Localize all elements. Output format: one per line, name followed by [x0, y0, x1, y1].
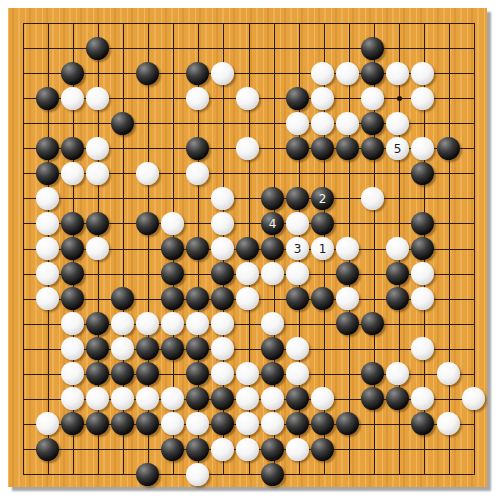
black-stone — [136, 463, 159, 486]
black-stone — [361, 362, 384, 385]
black-stone — [86, 337, 109, 360]
white-stone — [136, 312, 159, 335]
black-stone — [286, 87, 309, 110]
white-stone — [286, 112, 309, 135]
black-stone — [86, 362, 109, 385]
black-stone — [36, 162, 59, 185]
black-stone — [61, 62, 84, 85]
white-stone — [211, 337, 234, 360]
black-stone — [136, 412, 159, 435]
black-stone — [336, 137, 359, 160]
white-stone — [161, 387, 184, 410]
white-stone — [61, 337, 84, 360]
white-stone — [211, 237, 234, 260]
white-stone — [286, 262, 309, 285]
black-stone — [411, 212, 434, 235]
black-stone — [36, 438, 59, 461]
black-stone — [61, 212, 84, 235]
white-stone — [211, 62, 234, 85]
black-stone — [311, 137, 334, 160]
white-stone — [36, 212, 59, 235]
black-stone — [261, 237, 284, 260]
black-stone — [336, 312, 359, 335]
black-stone — [211, 287, 234, 310]
black-stone — [286, 412, 309, 435]
white-stone — [61, 312, 84, 335]
white-stone — [236, 262, 259, 285]
black-stone — [186, 137, 209, 160]
black-stone — [161, 337, 184, 360]
black-stone: 2 — [311, 187, 334, 210]
white-stone — [336, 62, 359, 85]
black-stone — [61, 412, 84, 435]
white-stone — [61, 387, 84, 410]
move-number-label: 2 — [319, 193, 327, 205]
black-stone — [111, 412, 134, 435]
grid-line-horizontal — [23, 474, 475, 475]
white-stone — [386, 362, 409, 385]
black-stone — [86, 37, 109, 60]
white-stone — [336, 237, 359, 260]
black-stone — [361, 137, 384, 160]
white-stone — [311, 62, 334, 85]
black-stone — [186, 287, 209, 310]
black-stone — [186, 362, 209, 385]
black-stone — [61, 237, 84, 260]
black-stone — [186, 337, 209, 360]
black-stone — [111, 362, 134, 385]
black-stone — [411, 162, 434, 185]
black-stone — [336, 262, 359, 285]
white-stone — [36, 187, 59, 210]
black-stone — [161, 237, 184, 260]
white-stone — [136, 162, 159, 185]
white-stone — [211, 187, 234, 210]
black-stone — [311, 438, 334, 461]
page: 52431 — [0, 0, 500, 500]
white-stone — [86, 162, 109, 185]
white-stone — [236, 438, 259, 461]
black-stone — [361, 387, 384, 410]
black-stone — [261, 187, 284, 210]
black-stone — [186, 237, 209, 260]
black-stone — [286, 287, 309, 310]
black-stone — [386, 287, 409, 310]
black-stone — [386, 387, 409, 410]
white-stone — [411, 287, 434, 310]
black-stone — [136, 212, 159, 235]
white-stone: 5 — [386, 137, 409, 160]
white-stone: 1 — [311, 237, 334, 260]
white-stone — [236, 412, 259, 435]
white-stone — [236, 137, 259, 160]
white-stone — [411, 87, 434, 110]
black-stone — [61, 137, 84, 160]
white-stone — [186, 412, 209, 435]
white-stone — [186, 87, 209, 110]
black-stone — [286, 387, 309, 410]
white-stone — [61, 162, 84, 185]
white-stone — [161, 312, 184, 335]
white-stone — [111, 312, 134, 335]
white-stone — [211, 362, 234, 385]
black-stone — [286, 187, 309, 210]
black-stone — [61, 262, 84, 285]
black-stone — [211, 262, 234, 285]
white-stone — [311, 387, 334, 410]
black-stone — [111, 287, 134, 310]
white-stone — [261, 387, 284, 410]
black-stone — [311, 412, 334, 435]
white-stone — [261, 412, 284, 435]
white-stone — [136, 387, 159, 410]
white-stone — [236, 287, 259, 310]
white-stone — [86, 137, 109, 160]
white-stone — [211, 212, 234, 235]
white-stone — [36, 237, 59, 260]
black-stone — [136, 337, 159, 360]
white-stone — [286, 438, 309, 461]
white-stone — [236, 87, 259, 110]
black-stone — [211, 412, 234, 435]
white-stone — [311, 87, 334, 110]
black-stone — [411, 237, 434, 260]
black-stone — [136, 362, 159, 385]
white-stone — [211, 438, 234, 461]
black-stone — [186, 438, 209, 461]
black-stone — [236, 237, 259, 260]
black-stone — [261, 438, 284, 461]
white-stone — [161, 412, 184, 435]
white-stone — [311, 112, 334, 135]
white-stone — [462, 387, 485, 410]
white-stone — [261, 262, 284, 285]
white-stone — [236, 362, 259, 385]
white-stone — [186, 312, 209, 335]
white-stone — [386, 62, 409, 85]
white-stone — [86, 387, 109, 410]
white-stone — [386, 237, 409, 260]
black-stone — [336, 412, 359, 435]
black-stone — [86, 312, 109, 335]
black-stone — [211, 387, 234, 410]
black-stone — [36, 137, 59, 160]
black-stone — [361, 37, 384, 60]
black-stone — [311, 212, 334, 235]
white-stone — [36, 412, 59, 435]
white-stone — [336, 287, 359, 310]
black-stone — [36, 87, 59, 110]
move-number-label: 3 — [294, 243, 302, 255]
white-stone — [286, 362, 309, 385]
white-stone — [111, 337, 134, 360]
white-stone — [386, 112, 409, 135]
black-stone — [86, 412, 109, 435]
white-stone — [411, 137, 434, 160]
white-stone — [36, 262, 59, 285]
black-stone: 4 — [261, 212, 284, 235]
white-stone — [261, 312, 284, 335]
grid-line-vertical — [449, 23, 450, 475]
white-stone — [286, 337, 309, 360]
black-stone — [437, 137, 460, 160]
black-stone — [61, 287, 84, 310]
white-stone — [36, 287, 59, 310]
black-stone — [186, 62, 209, 85]
white-stone — [236, 387, 259, 410]
star-point — [397, 96, 402, 101]
white-stone — [361, 87, 384, 110]
black-stone — [186, 387, 209, 410]
move-number-label: 4 — [269, 218, 277, 230]
white-stone — [161, 212, 184, 235]
white-stone — [411, 387, 434, 410]
white-stone — [111, 387, 134, 410]
white-stone — [336, 112, 359, 135]
white-stone — [437, 362, 460, 385]
black-stone — [411, 412, 434, 435]
white-stone — [86, 237, 109, 260]
black-stone — [111, 112, 134, 135]
black-stone — [86, 212, 109, 235]
white-stone — [411, 337, 434, 360]
black-stone — [261, 362, 284, 385]
black-stone — [161, 287, 184, 310]
white-stone — [437, 412, 460, 435]
white-stone — [411, 62, 434, 85]
black-stone — [261, 337, 284, 360]
white-stone — [61, 87, 84, 110]
black-stone — [136, 62, 159, 85]
black-stone — [286, 137, 309, 160]
white-stone — [186, 162, 209, 185]
white-stone — [86, 87, 109, 110]
black-stone — [161, 438, 184, 461]
white-stone — [186, 463, 209, 486]
black-stone — [161, 262, 184, 285]
white-stone — [361, 187, 384, 210]
go-board[interactable]: 52431 — [8, 8, 487, 487]
white-stone — [411, 262, 434, 285]
black-stone — [311, 287, 334, 310]
move-number-label: 5 — [394, 143, 402, 155]
black-stone — [361, 112, 384, 135]
white-stone: 3 — [286, 237, 309, 260]
white-stone — [211, 312, 234, 335]
white-stone — [61, 362, 84, 385]
black-stone — [361, 312, 384, 335]
black-stone — [261, 463, 284, 486]
black-stone — [386, 262, 409, 285]
move-number-label: 1 — [319, 243, 327, 255]
white-stone — [286, 212, 309, 235]
black-stone — [361, 62, 384, 85]
